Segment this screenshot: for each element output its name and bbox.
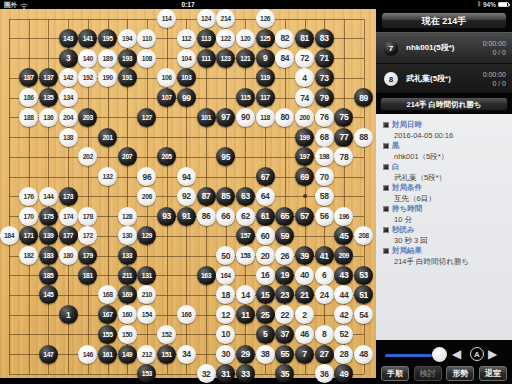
black-stone-65: 65 [275,207,294,226]
black-stone-111: 111 [197,49,216,68]
black-stone-27: 27 [315,345,334,364]
black-stone-55: 55 [275,345,294,364]
black-stone-169: 169 [118,285,137,304]
black-stone-85: 85 [216,187,235,206]
black-stone-157: 157 [236,226,255,245]
info-label: 持ち時間 [383,204,505,215]
white-stone-82: 82 [275,29,294,48]
nav-button-検討[interactable]: 検討 [414,366,442,381]
auto-play-button[interactable]: A [470,347,484,361]
black-stone-57: 57 [295,207,314,226]
black-stone-19: 19 [275,266,294,285]
battery-percent: 94% [483,0,496,9]
black-stone-91: 91 [177,207,196,226]
white-stone-96: 96 [137,167,156,186]
black-stone-173: 173 [59,187,78,206]
black-stone-icon: 7 [384,41,398,55]
white-stone-160: 160 [118,305,137,324]
black-stone-89: 89 [354,88,373,107]
white-stone-20: 20 [256,246,275,265]
black-stone-155: 155 [98,325,117,344]
player-row-white: 8 武礼葉(5段*) 0:00:00 0 / 0 [376,63,512,93]
white-stone-52: 52 [334,325,353,344]
black-stone-145: 145 [39,285,58,304]
black-stone-43: 43 [334,266,353,285]
white-player-name: 武礼葉(5段*) [406,73,451,84]
white-stone-208: 208 [354,226,373,245]
black-stone-125: 125 [256,29,275,48]
player-row-black: 7 nhk001(5段*) 0:00:00 0 / 0 [376,33,512,63]
black-stone-113: 113 [197,29,216,48]
white-stone-164: 164 [216,266,235,285]
white-stone-60: 60 [256,226,275,245]
white-stone-210: 210 [137,285,156,304]
black-stone-167: 167 [98,305,117,324]
black-stone-195: 195 [98,29,117,48]
white-stone-214: 214 [216,9,235,28]
white-stone-icon: 8 [384,72,398,86]
white-stone-40: 40 [295,266,314,285]
black-stone-51: 51 [354,285,373,304]
black-stone-75: 75 [334,108,353,127]
black-stone-149: 149 [118,345,137,364]
white-stone-154: 154 [137,305,156,324]
white-stone-86: 86 [197,207,216,226]
black-stone-141: 141 [78,29,97,48]
info-label: 対局条件 [383,183,505,194]
white-stone-104: 104 [177,49,196,68]
white-stone-188: 188 [19,108,38,127]
white-stone-122: 122 [216,29,235,48]
white-stone-190: 190 [98,68,117,87]
app-screen: 圏外 0:17 ᛒ 94% 11412421412614314119519411… [0,0,512,384]
white-stone-174: 174 [59,207,78,226]
black-stone-135: 135 [39,88,58,107]
white-player-time: 0:00:00 0 / 0 [483,70,506,88]
list-bullet-icon [383,227,389,233]
white-stone-92: 92 [177,187,196,206]
white-stone-172: 172 [78,226,97,245]
white-stone-54: 54 [354,305,373,324]
white-stone-152: 152 [157,325,176,344]
list-bullet-icon [383,185,389,191]
white-stone-74: 74 [295,88,314,107]
black-stone-191: 191 [118,68,137,87]
nav-button-手順[interactable]: 手順 [381,366,409,381]
black-stone-95: 95 [216,147,235,166]
white-stone-18: 18 [216,285,235,304]
white-stone-192: 192 [78,68,97,87]
black-stone-49: 49 [334,364,353,383]
white-stone-62: 62 [236,207,255,226]
white-stone-144: 144 [39,187,58,206]
black-stone-21: 21 [295,285,314,304]
black-stone-61: 61 [256,207,275,226]
white-stone-180: 180 [59,246,78,265]
black-stone-25: 25 [256,305,275,324]
white-stone-110: 110 [137,29,156,48]
nav-button-形勢[interactable]: 形勢 [446,366,474,381]
white-stone-150: 150 [118,325,137,344]
white-stone-66: 66 [216,207,235,226]
black-stone-11: 11 [236,305,255,324]
black-stone-123: 123 [216,49,235,68]
white-stone-132: 132 [98,167,117,186]
black-stone-77: 77 [334,128,353,147]
black-player-name: nhk001(5段*) [406,42,454,53]
black-stone-59: 59 [275,226,294,245]
info-value: 10 分 [383,215,505,226]
battery-icon [498,2,509,7]
info-value: 214手 白時間切れ勝ち [383,257,505,268]
black-stone-119: 119 [256,68,275,87]
black-stone-97: 97 [216,108,235,127]
white-stone-32: 32 [197,364,216,383]
black-stone-7: 7 [295,345,314,364]
white-stone-182: 182 [19,246,38,265]
white-stone-112: 112 [177,29,196,48]
white-stone-90: 90 [236,108,255,127]
white-stone-202: 202 [78,147,97,166]
black-stone-15: 15 [256,285,275,304]
black-stone-137: 137 [39,68,58,87]
black-stone-205: 205 [157,147,176,166]
black-stone-83: 83 [315,29,334,48]
black-stone-181: 181 [78,266,97,285]
current-move-header: 現在 214手 [381,12,507,29]
black-stone-203: 203 [78,108,97,127]
list-bullet-icon [383,143,389,149]
white-stone-204: 204 [59,108,78,127]
bottom-button-row: 手順検討形勢退室 [376,366,512,384]
white-stone-166: 166 [177,305,196,324]
info-label: 対局結果 [383,246,505,257]
black-stone-131: 131 [137,266,156,285]
white-stone-138: 138 [59,128,78,147]
white-stone-198: 198 [315,147,334,166]
black-player-time: 0:00:00 0 / 0 [483,39,506,57]
white-stone-34: 34 [177,345,196,364]
white-stone-22: 22 [275,305,294,324]
white-stone-58: 58 [315,187,334,206]
black-stone-147: 147 [39,345,58,364]
white-stone-10: 10 [216,325,235,344]
white-stone-26: 26 [275,246,294,265]
white-stone-128: 128 [118,207,137,226]
white-stone-50: 50 [216,246,235,265]
info-label: 白 [383,162,505,173]
white-stone-189: 189 [98,49,117,68]
white-stone-108: 108 [137,49,156,68]
black-stone-161: 161 [98,345,117,364]
white-stone-78: 78 [334,147,353,166]
info-label: 秒読み [383,225,505,236]
white-stone-124: 124 [197,9,216,28]
white-stone-106: 106 [157,68,176,87]
info-value: 互先（6目） [383,194,505,205]
black-stone-211: 211 [118,266,137,285]
white-stone-114: 114 [157,9,176,28]
black-stone-5: 5 [256,325,275,344]
white-stone-8: 8 [315,325,334,344]
black-stone-37: 37 [275,325,294,344]
white-stone-64: 64 [256,187,275,206]
black-stone-143: 143 [59,29,78,48]
white-stone-4: 4 [295,68,314,87]
list-bullet-icon [383,248,389,254]
white-stone-76: 76 [315,108,334,127]
info-value: 2016-04-05 00:16 [383,131,505,142]
white-stone-14: 14 [236,285,255,304]
black-stone-1: 1 [59,305,78,324]
black-stone-35: 35 [275,364,294,383]
black-stone-175: 175 [39,207,58,226]
black-stone-209: 209 [334,246,353,265]
status-bar: 圏外 0:17 ᛒ 94% [0,0,512,9]
black-stone-139: 139 [39,226,58,245]
white-stone-186: 186 [19,88,38,107]
star-point [303,194,307,198]
white-stone-38: 38 [256,345,275,364]
white-stone-56: 56 [315,207,334,226]
black-stone-197: 197 [295,147,314,166]
clock: 0:17 [0,0,376,9]
black-stone-99: 99 [177,88,196,107]
white-stone-184: 184 [0,226,19,245]
black-stone-171: 171 [19,226,38,245]
white-stone-126: 126 [256,9,275,28]
white-stone-134: 134 [59,88,78,107]
black-stone-179: 179 [78,246,97,265]
white-stone-194: 194 [118,29,137,48]
black-stone-33: 33 [236,364,255,383]
white-stone-80: 80 [275,108,294,127]
info-value: nhk001（5段*） [383,152,505,163]
white-stone-28: 28 [334,345,353,364]
white-stone-136: 136 [39,108,58,127]
white-stone-30: 30 [216,345,235,364]
black-stone-153: 153 [137,364,156,383]
bluetooth-icon: ᛒ [477,0,481,9]
black-stone-199: 199 [295,128,314,147]
white-stone-120: 120 [236,29,255,48]
black-stone-103: 103 [177,68,196,87]
white-stone-94: 94 [177,167,196,186]
nav-button-退室[interactable]: 退室 [479,366,507,381]
white-stone-12: 12 [216,305,235,324]
black-stone-31: 31 [216,364,235,383]
black-stone-193: 193 [118,49,137,68]
black-stone-93: 93 [157,207,176,226]
black-stone-63: 63 [236,187,255,206]
white-stone-206: 206 [137,187,156,206]
white-stone-212: 212 [137,345,156,364]
black-stone-3: 3 [59,49,78,68]
white-stone-42: 42 [334,305,353,324]
list-bullet-icon [383,164,389,170]
black-stone-207: 207 [118,147,137,166]
result-banner: 214手 白時間切れ勝ち [380,97,508,111]
white-stone-24: 24 [315,285,334,304]
go-board[interactable]: 1141242141261431411951941101121131221201… [0,9,376,378]
info-value: 30 秒 3 回 [383,236,505,247]
white-stone-140: 140 [78,49,97,68]
white-stone-176: 176 [19,187,38,206]
black-stone-41: 41 [315,246,334,265]
black-stone-117: 117 [256,88,275,107]
grid-line [9,374,364,375]
white-stone-44: 44 [334,285,353,304]
list-bullet-icon [383,122,389,128]
black-stone-151: 151 [157,345,176,364]
black-stone-71: 71 [315,49,334,68]
next-move-button[interactable]: ▶ [488,345,497,363]
white-stone-84: 84 [275,49,294,68]
black-stone-87: 87 [197,187,216,206]
white-stone-16: 16 [256,266,275,285]
white-stone-178: 178 [78,207,97,226]
white-stone-72: 72 [295,49,314,68]
black-stone-67: 67 [256,167,275,186]
black-stone-115: 115 [236,88,255,107]
black-stone-39: 39 [295,246,314,265]
black-stone-81: 81 [295,29,314,48]
info-label: 黒 [383,141,505,152]
battery-status: ᛒ 94% [477,0,509,9]
black-stone-23: 23 [275,285,294,304]
black-stone-29: 29 [236,345,255,364]
black-stone-183: 183 [39,246,58,265]
black-stone-101: 101 [197,108,216,127]
black-stone-73: 73 [315,68,334,87]
black-stone-133: 133 [118,246,137,265]
white-stone-142: 142 [59,68,78,87]
info-label: 対局日時 [383,120,505,131]
sidebar: 現在 214手 7 nhk001(5段*) 0:00:00 0 / 0 8 武礼… [376,9,512,384]
white-stone-36: 36 [315,364,334,383]
white-stone-130: 130 [118,226,137,245]
list-bullet-icon [383,206,389,212]
replay-controls: ◀ A ▶ 手順検討形勢退室 [376,340,512,384]
black-stone-107: 107 [157,88,176,107]
black-stone-121: 121 [236,49,255,68]
black-stone-53: 53 [354,266,373,285]
black-stone-69: 69 [295,167,314,186]
black-stone-129: 129 [137,226,156,245]
prev-move-button[interactable]: ◀ [452,345,461,363]
black-stone-9: 9 [256,49,275,68]
black-stone-163: 163 [197,266,216,285]
black-stone-127: 127 [137,108,156,127]
white-stone-6: 6 [315,266,334,285]
black-stone-45: 45 [334,226,353,245]
black-stone-185: 185 [39,266,58,285]
white-stone-200: 200 [295,108,314,127]
white-stone-146: 146 [78,345,97,364]
game-info-panel: 対局日時2016-04-05 00:16黒nhk001（5段*）白武礼葉（5段*… [376,114,512,340]
black-stone-79: 79 [315,88,334,107]
white-stone-118: 118 [256,108,275,127]
info-value: 武礼葉（5段*） [383,173,505,184]
black-stone-201: 201 [98,128,117,147]
black-stone-177: 177 [59,226,78,245]
black-stone-187: 187 [19,68,38,87]
white-stone-170: 170 [19,207,38,226]
white-stone-158: 158 [236,246,255,265]
white-stone-48: 48 [354,345,373,364]
white-stone-68: 68 [315,128,334,147]
white-stone-196: 196 [334,207,353,226]
white-stone-2: 2 [295,305,314,324]
white-stone-70: 70 [315,167,334,186]
move-slider-knob[interactable] [432,347,447,362]
white-stone-46: 46 [295,325,314,344]
player-list: 7 nhk001(5段*) 0:00:00 0 / 0 8 武礼葉(5段*) 0… [376,32,512,94]
white-stone-168: 168 [98,285,117,304]
white-stone-88: 88 [354,128,373,147]
